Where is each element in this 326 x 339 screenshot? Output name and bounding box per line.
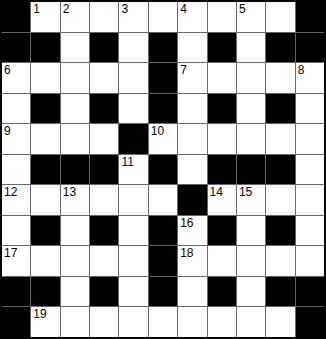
cell-r6-c4[interactable] <box>119 185 147 215</box>
cell-r1-c4[interactable] <box>119 33 147 63</box>
cell-r1-c1 <box>31 33 59 63</box>
clue-number-12: 12 <box>4 186 17 198</box>
cell-r3-c4[interactable] <box>119 94 147 124</box>
cell-r0-c3[interactable] <box>90 2 118 32</box>
cell-r10-c10 <box>296 307 324 337</box>
cell-r2-c8[interactable] <box>237 63 265 93</box>
cell-r2-c7[interactable] <box>208 63 236 93</box>
cell-r8-c1[interactable] <box>31 246 59 276</box>
cell-r5-c0[interactable] <box>2 155 30 185</box>
cell-r4-c10[interactable] <box>296 124 324 154</box>
cell-r6-c5[interactable] <box>149 185 177 215</box>
cell-r8-c10[interactable] <box>296 246 324 276</box>
cell-r6-c8[interactable]: 15 <box>237 185 265 215</box>
cell-r4-c7[interactable] <box>208 124 236 154</box>
cell-r1-c9 <box>266 33 294 63</box>
cell-r0-c1[interactable]: 1 <box>31 2 59 32</box>
clue-number-8: 8 <box>298 64 305 76</box>
cell-r2-c1[interactable] <box>31 63 59 93</box>
cell-r2-c0[interactable]: 6 <box>2 63 30 93</box>
cell-r4-c5[interactable]: 10 <box>149 124 177 154</box>
cell-r5-c2 <box>61 155 89 185</box>
cell-r9-c0 <box>2 277 30 307</box>
clue-number-5: 5 <box>239 3 246 15</box>
cell-r2-c4[interactable] <box>119 63 147 93</box>
cell-r8-c3[interactable] <box>90 246 118 276</box>
clue-number-3: 3 <box>121 3 128 15</box>
cell-r5-c5 <box>149 155 177 185</box>
cell-r8-c8[interactable] <box>237 246 265 276</box>
cell-r1-c5 <box>149 33 177 63</box>
clue-number-15: 15 <box>239 186 252 198</box>
clue-number-16: 16 <box>180 217 193 229</box>
cell-r10-c4[interactable] <box>119 307 147 337</box>
cell-r6-c1[interactable] <box>31 185 59 215</box>
clue-number-4: 4 <box>180 3 187 15</box>
cell-r3-c8[interactable] <box>237 94 265 124</box>
cell-r9-c4[interactable] <box>119 277 147 307</box>
cell-r0-c9[interactable] <box>266 2 294 32</box>
cell-r7-c4[interactable] <box>119 216 147 246</box>
cell-r8-c7[interactable] <box>208 246 236 276</box>
cell-r8-c9[interactable] <box>266 246 294 276</box>
cell-r8-c0[interactable]: 17 <box>2 246 30 276</box>
cell-r2-c10[interactable]: 8 <box>296 63 324 93</box>
cell-r10-c3[interactable] <box>90 307 118 337</box>
cell-r9-c9 <box>266 277 294 307</box>
cell-r2-c2[interactable] <box>61 63 89 93</box>
cell-r1-c2[interactable] <box>61 33 89 63</box>
cell-r9-c10 <box>296 277 324 307</box>
cell-r6-c9[interactable] <box>266 185 294 215</box>
cell-r4-c2[interactable] <box>61 124 89 154</box>
cell-r5-c4[interactable]: 11 <box>119 155 147 185</box>
cell-r7-c7 <box>208 216 236 246</box>
cell-r4-c0[interactable]: 9 <box>2 124 30 154</box>
cell-r5-c3 <box>90 155 118 185</box>
cell-r3-c3 <box>90 94 118 124</box>
cell-r9-c5 <box>149 277 177 307</box>
cell-r3-c5 <box>149 94 177 124</box>
cell-r6-c6 <box>178 185 206 215</box>
cell-r9-c6[interactable] <box>178 277 206 307</box>
clue-number-17: 17 <box>4 247 17 259</box>
cell-r1-c10 <box>296 33 324 63</box>
cell-r4-c4 <box>119 124 147 154</box>
cell-r9-c1 <box>31 277 59 307</box>
cell-r5-c1 <box>31 155 59 185</box>
clue-number-1: 1 <box>33 3 40 15</box>
cell-r7-c6[interactable]: 16 <box>178 216 206 246</box>
cell-r5-c9 <box>266 155 294 185</box>
cell-r7-c1 <box>31 216 59 246</box>
cell-r0-c5[interactable] <box>149 2 177 32</box>
cell-r3-c10[interactable] <box>296 94 324 124</box>
cell-r3-c6[interactable] <box>178 94 206 124</box>
cell-r8-c6[interactable]: 18 <box>178 246 206 276</box>
cell-r3-c1 <box>31 94 59 124</box>
cell-r3-c0[interactable] <box>2 94 30 124</box>
cell-r7-c10[interactable] <box>296 216 324 246</box>
cell-r7-c8[interactable] <box>237 216 265 246</box>
cell-r9-c3 <box>90 277 118 307</box>
cell-r1-c0 <box>2 33 30 63</box>
cell-r10-c6[interactable] <box>178 307 206 337</box>
cell-r0-c6[interactable]: 4 <box>178 2 206 32</box>
cell-r6-c7[interactable]: 14 <box>208 185 236 215</box>
clue-number-14: 14 <box>210 186 223 198</box>
cell-r1-c7 <box>208 33 236 63</box>
cell-r8-c4[interactable] <box>119 246 147 276</box>
cell-r0-c0 <box>2 2 30 32</box>
crossword-board: 12345678910111213141516171819 <box>0 0 326 339</box>
cell-r0-c2[interactable]: 2 <box>61 2 89 32</box>
cell-r5-c6[interactable] <box>178 155 206 185</box>
cell-r7-c2[interactable] <box>61 216 89 246</box>
cell-r0-c10 <box>296 2 324 32</box>
cell-r3-c7 <box>208 94 236 124</box>
clue-number-19: 19 <box>33 308 46 320</box>
cell-r4-c8[interactable] <box>237 124 265 154</box>
cell-r0-c7[interactable] <box>208 2 236 32</box>
clue-number-6: 6 <box>4 64 11 76</box>
cell-r9-c8[interactable] <box>237 277 265 307</box>
cell-r5-c8 <box>237 155 265 185</box>
clue-number-7: 7 <box>180 64 187 76</box>
cell-r6-c0[interactable]: 12 <box>2 185 30 215</box>
clue-number-18: 18 <box>180 247 193 259</box>
cell-r0-c4[interactable]: 3 <box>119 2 147 32</box>
cell-r6-c3[interactable] <box>90 185 118 215</box>
cell-r10-c1[interactable]: 19 <box>31 307 59 337</box>
clue-number-2: 2 <box>63 3 70 15</box>
clue-number-11: 11 <box>121 156 133 168</box>
cell-r3-c2[interactable] <box>61 94 89 124</box>
cell-r5-c7 <box>208 155 236 185</box>
cell-r10-c0 <box>2 307 30 337</box>
cell-r4-c9[interactable] <box>266 124 294 154</box>
cell-r0-c8[interactable]: 5 <box>237 2 265 32</box>
clue-number-9: 9 <box>4 125 11 137</box>
cell-r1-c3 <box>90 33 118 63</box>
cell-r7-c0[interactable] <box>2 216 30 246</box>
cell-r7-c9 <box>266 216 294 246</box>
cell-r4-c3[interactable] <box>90 124 118 154</box>
cell-r2-c5 <box>149 63 177 93</box>
cell-r9-c7 <box>208 277 236 307</box>
clue-number-10: 10 <box>151 125 164 137</box>
cell-r10-c8[interactable] <box>237 307 265 337</box>
cell-r2-c6[interactable]: 7 <box>178 63 206 93</box>
cell-r2-c9[interactable] <box>266 63 294 93</box>
cell-r1-c8[interactable] <box>237 33 265 63</box>
cell-r2-c3[interactable] <box>90 63 118 93</box>
cell-r10-c2[interactable] <box>61 307 89 337</box>
cell-r7-c5 <box>149 216 177 246</box>
cell-r3-c9 <box>266 94 294 124</box>
cell-r6-c2[interactable]: 13 <box>61 185 89 215</box>
cell-r9-c2[interactable] <box>61 277 89 307</box>
cell-r10-c7[interactable] <box>208 307 236 337</box>
cell-r4-c6[interactable] <box>178 124 206 154</box>
cell-r7-c3 <box>90 216 118 246</box>
cell-r6-c10[interactable] <box>296 185 324 215</box>
cell-r10-c5[interactable] <box>149 307 177 337</box>
cell-r5-c10[interactable] <box>296 155 324 185</box>
cell-r4-c1[interactable] <box>31 124 59 154</box>
cell-r8-c2[interactable] <box>61 246 89 276</box>
cell-r8-c5 <box>149 246 177 276</box>
clue-number-13: 13 <box>63 186 76 198</box>
cell-r1-c6[interactable] <box>178 33 206 63</box>
cell-r10-c9[interactable] <box>266 307 294 337</box>
